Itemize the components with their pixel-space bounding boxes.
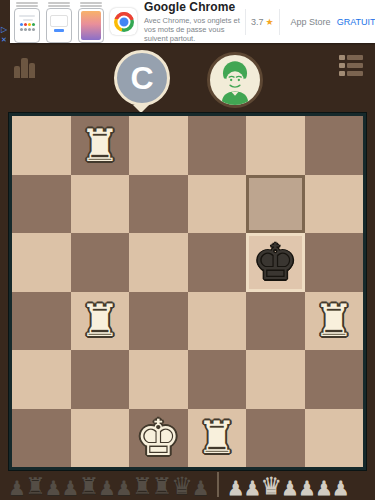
- ad-screenshots: [14, 2, 104, 43]
- square-r1c2[interactable]: ♜: [71, 116, 130, 175]
- player-avatar[interactable]: C: [114, 50, 170, 106]
- square-r2c3[interactable]: [129, 175, 188, 234]
- captured-black-rook: ♜: [152, 475, 173, 498]
- ad-price-label: GRATUIT: [337, 17, 375, 27]
- ad-banner[interactable]: Google Chrome Avec Chrome, vos onglets e…: [10, 0, 375, 43]
- white-rook[interactable]: ♜: [314, 298, 354, 343]
- square-r4c2[interactable]: ♜: [71, 292, 130, 351]
- square-r2c6[interactable]: [305, 175, 364, 234]
- captured-black-pawn: ♟: [192, 478, 210, 498]
- black-king[interactable]: ♚: [253, 237, 298, 287]
- square-r1c1[interactable]: [12, 116, 71, 175]
- square-r6c5[interactable]: [246, 409, 305, 468]
- square-r2c5[interactable]: [246, 175, 305, 234]
- white-rook[interactable]: ♜: [197, 415, 237, 460]
- cartoon-man-icon: [210, 55, 260, 105]
- ad-divider: [245, 9, 246, 35]
- ad-close-icon[interactable]: ✕: [1, 36, 7, 43]
- star-icon: ★: [266, 17, 274, 27]
- square-r5c3[interactable]: [129, 350, 188, 409]
- captured-black-pawn: ♟: [115, 478, 133, 498]
- ad-phone-screenshot-1: [14, 2, 40, 43]
- ad-phone-screenshot-2: [46, 2, 72, 43]
- square-r2c2[interactable]: [71, 175, 130, 234]
- captured-white-queen: ♛: [261, 474, 283, 498]
- square-r2c1[interactable]: [12, 175, 71, 234]
- square-r4c4[interactable]: [188, 292, 247, 351]
- square-r5c6[interactable]: [305, 350, 364, 409]
- captured-black-pawn: ♟: [62, 478, 80, 498]
- square-r1c5[interactable]: [246, 116, 305, 175]
- square-r2c4[interactable]: [188, 175, 247, 234]
- captured-black-rook: ♜: [132, 475, 153, 498]
- chrome-app-icon: [110, 8, 137, 35]
- ad-divider: [279, 9, 280, 35]
- white-rook[interactable]: ♜: [80, 123, 120, 168]
- square-r6c3[interactable]: ♚: [129, 409, 188, 468]
- ad-store-label: App Store: [291, 17, 331, 27]
- square-r3c4[interactable]: [188, 233, 247, 292]
- square-r4c5[interactable]: [246, 292, 305, 351]
- ad-phone-screenshot-3: [78, 2, 104, 43]
- captured-black-queen: ♛: [171, 474, 193, 498]
- square-r1c4[interactable]: [188, 116, 247, 175]
- square-r4c3[interactable]: [129, 292, 188, 351]
- square-r3c1[interactable]: [12, 233, 71, 292]
- captured-white-pawn: ♟: [298, 478, 316, 498]
- square-r5c5[interactable]: [246, 350, 305, 409]
- square-r3c5[interactable]: ♚: [246, 233, 305, 292]
- captured-white-pawn: ♟: [281, 478, 299, 498]
- menu-icon[interactable]: [339, 55, 365, 76]
- square-r1c3[interactable]: [129, 116, 188, 175]
- opponent-avatar[interactable]: [207, 52, 263, 108]
- square-r3c6[interactable]: [305, 233, 364, 292]
- square-r5c1[interactable]: [12, 350, 71, 409]
- square-r3c3[interactable]: [129, 233, 188, 292]
- captured-white-pawn: ♟: [332, 478, 350, 498]
- square-r6c1[interactable]: [12, 409, 71, 468]
- chess-board: ♜♚♜♜♚♜: [9, 113, 366, 470]
- square-r4c1[interactable]: [12, 292, 71, 351]
- player-initial: C: [130, 60, 153, 97]
- captured-pieces-tray: ♟♜♟♟♜♟♟♜♜♛♟♟♟♛♟♟♟♟: [8, 468, 349, 498]
- square-r6c4[interactable]: ♜: [188, 409, 247, 468]
- white-rook[interactable]: ♜: [80, 298, 120, 343]
- captured-pieces-icon[interactable]: [14, 57, 38, 78]
- ad-description: Avec Chrome, vos onglets et vos mots de …: [144, 16, 240, 43]
- square-r3c2[interactable]: [71, 233, 130, 292]
- square-r6c2[interactable]: [71, 409, 130, 468]
- square-r5c2[interactable]: [71, 350, 130, 409]
- captured-white-pawn: ♟: [315, 478, 333, 498]
- white-king[interactable]: ♚: [136, 413, 181, 463]
- tray-divider: [217, 472, 219, 497]
- square-r5c4[interactable]: [188, 350, 247, 409]
- captured-black-pawn: ♟: [8, 478, 26, 498]
- captured-black-pawn: ♟: [45, 478, 63, 498]
- ad-app-name: Google Chrome: [144, 0, 240, 14]
- square-r1c6[interactable]: [305, 116, 364, 175]
- captured-white-pawn: ♟: [227, 478, 245, 498]
- captured-black-rook: ♜: [78, 475, 99, 498]
- captured-white-pawn: ♟: [244, 478, 262, 498]
- turn-indicator-icon: [133, 105, 149, 113]
- captured-black-pawn: ♟: [98, 478, 116, 498]
- captured-black-rook: ♜: [25, 475, 46, 498]
- square-r4c6[interactable]: ♜: [305, 292, 364, 351]
- adchoices-icon[interactable]: ▷: [1, 26, 7, 34]
- ad-rating: 3.7 ★: [251, 17, 274, 27]
- square-r6c6[interactable]: [305, 409, 364, 468]
